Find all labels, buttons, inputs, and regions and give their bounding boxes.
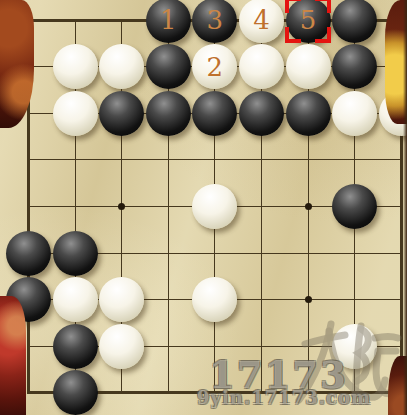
black-stone[interactable] (286, 91, 331, 136)
move-number-label: 1 (160, 7, 177, 33)
star-point (305, 296, 312, 303)
move-number-label: 2 (207, 54, 224, 80)
black-stone[interactable] (239, 91, 284, 136)
white-stone[interactable] (53, 91, 98, 136)
white-stone[interactable]: 4 (239, 0, 284, 43)
frame-ornament-bottom-left (0, 296, 26, 415)
black-stone[interactable] (53, 324, 98, 369)
board-right-edge-shadow (403, 0, 407, 415)
black-stone[interactable] (192, 91, 237, 136)
black-stone[interactable] (332, 0, 377, 43)
black-stone[interactable] (332, 44, 377, 89)
move-number-label: 4 (253, 7, 270, 33)
white-stone[interactable] (332, 91, 377, 136)
black-stone[interactable] (99, 91, 144, 136)
white-stone[interactable] (99, 44, 144, 89)
white-stone[interactable] (53, 277, 98, 322)
black-stone[interactable] (6, 231, 51, 276)
white-stone[interactable] (192, 277, 237, 322)
black-stone[interactable] (332, 184, 377, 229)
white-stone[interactable]: 2 (192, 44, 237, 89)
move-number-label: 3 (207, 7, 224, 33)
star-point (305, 203, 312, 210)
go-problem-screenshot: 13452 17173 9yin.17173.com (0, 0, 407, 415)
white-stone[interactable] (192, 184, 237, 229)
star-point (118, 203, 125, 210)
white-stone[interactable] (286, 44, 331, 89)
white-stone[interactable] (99, 277, 144, 322)
black-stone[interactable] (146, 91, 191, 136)
white-stone[interactable] (239, 44, 284, 89)
black-stone[interactable]: 1 (146, 0, 191, 43)
white-stone[interactable] (99, 324, 144, 369)
watermark-site-url: 9yin.17173.com (197, 387, 371, 408)
move-number-label: 5 (300, 7, 317, 33)
black-stone[interactable]: 5 (286, 0, 331, 43)
white-stone[interactable] (53, 44, 98, 89)
black-stone[interactable]: 3 (192, 0, 237, 43)
black-stone[interactable] (53, 231, 98, 276)
black-stone[interactable] (53, 370, 98, 415)
black-stone[interactable] (146, 44, 191, 89)
